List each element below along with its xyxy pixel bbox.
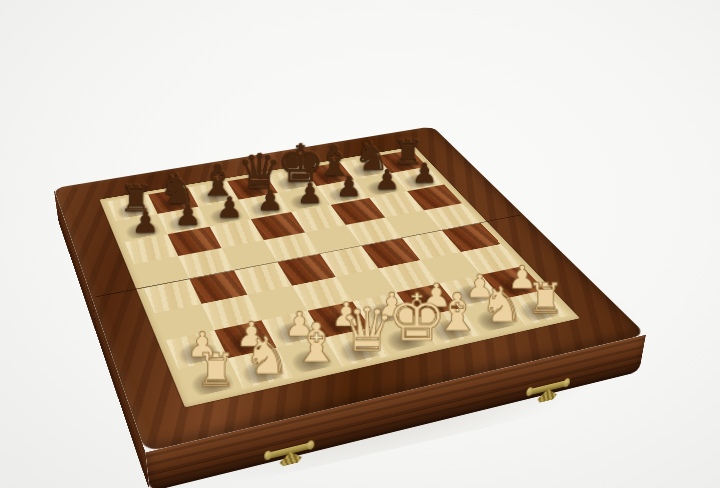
chess-board: ♜♞♝♛♚♝♞♜♟♟♟♟♟♟♟♟♟♟♟♟♟♟♟♟♜♞♝♛♚♝♞♜	[107, 150, 568, 400]
piece-black-pawn[interactable]: ♟	[367, 167, 408, 193]
clasp-knob	[265, 450, 272, 461]
piece-black-pawn[interactable]: ♟	[124, 209, 168, 237]
piece-white-bishop[interactable]: ♝	[291, 318, 343, 369]
piece-white-knight[interactable]: ♞	[241, 331, 294, 381]
square-d6[interactable]	[251, 212, 305, 240]
scene-caption: Photo of an open folding wooden chess bo…	[0, 0, 1, 1]
piece-white-rook[interactable]: ♜	[190, 349, 243, 393]
photo-scene: Photo of an open folding wooden chess bo…	[0, 0, 720, 488]
piece-black-pawn[interactable]: ♟	[166, 201, 209, 229]
piece-white-queen[interactable]: ♛	[339, 302, 390, 359]
clasp-knob	[526, 387, 533, 397]
piece-white-rook[interactable]: ♜	[521, 279, 570, 319]
piece-black-pawn[interactable]: ♟	[289, 180, 331, 207]
piece-black-pawn[interactable]: ♟	[404, 160, 445, 186]
piece-white-knight[interactable]: ♞	[477, 282, 526, 329]
piece-black-pawn[interactable]: ♟	[208, 194, 251, 221]
clasp-knob	[308, 440, 315, 451]
clasp-knob	[563, 378, 570, 388]
piece-black-pawn[interactable]: ♟	[328, 173, 369, 200]
piece-black-pawn[interactable]: ♟	[249, 187, 291, 214]
